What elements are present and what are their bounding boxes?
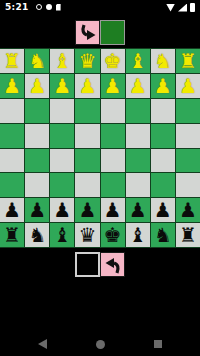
square-h7[interactable]: ♟ (176, 74, 200, 98)
piece-yP: ♟ (28, 76, 46, 96)
square-b3[interactable] (25, 173, 49, 197)
square-g3[interactable] (151, 173, 175, 197)
top-turn-indicator (100, 20, 125, 45)
piece-bK: ♚ (104, 225, 122, 245)
square-g2[interactable]: ♟ (151, 198, 175, 222)
piece-yB: ♝ (129, 51, 147, 71)
curved-arrow-left-icon (103, 255, 123, 275)
square-a1[interactable]: ♜ (0, 223, 24, 247)
piece-bB: ♝ (129, 225, 147, 245)
square-e5[interactable] (101, 124, 125, 148)
piece-yP: ♟ (78, 76, 96, 96)
square-b2[interactable]: ♟ (25, 198, 49, 222)
piece-bN: ♞ (28, 225, 46, 245)
piece-yN: ♞ (28, 51, 46, 71)
back-icon[interactable] (38, 339, 47, 349)
square-f3[interactable] (126, 173, 150, 197)
circle-filled-icon (46, 4, 52, 10)
recents-icon[interactable] (154, 340, 162, 348)
square-f8[interactable]: ♝ (126, 49, 150, 73)
square-g4[interactable] (151, 149, 175, 173)
sim-card-icon (56, 4, 61, 11)
piece-bN: ♞ (154, 225, 172, 245)
square-h1[interactable]: ♜ (176, 223, 200, 247)
square-a4[interactable] (0, 149, 24, 173)
piece-bR: ♜ (3, 225, 21, 245)
piece-bP: ♟ (53, 200, 71, 220)
piece-yB: ♝ (53, 51, 71, 71)
piece-yP: ♟ (154, 76, 172, 96)
home-icon[interactable] (96, 340, 105, 349)
piece-yR: ♜ (3, 51, 21, 71)
status-bar: 5:21 (0, 0, 200, 14)
square-h2[interactable]: ♟ (176, 198, 200, 222)
piece-bP: ♟ (3, 200, 21, 220)
square-f7[interactable]: ♟ (126, 74, 150, 98)
square-g7[interactable]: ♟ (151, 74, 175, 98)
square-c7[interactable]: ♟ (50, 74, 74, 98)
square-h4[interactable] (176, 149, 200, 173)
top-player-controls (75, 20, 125, 45)
piece-yR: ♜ (179, 51, 197, 71)
square-d1[interactable]: ♛ (75, 223, 99, 247)
square-g1[interactable]: ♞ (151, 223, 175, 247)
battery-icon (190, 3, 195, 12)
square-b8[interactable]: ♞ (25, 49, 49, 73)
square-e3[interactable] (101, 173, 125, 197)
square-e7[interactable]: ♟ (101, 74, 125, 98)
square-c5[interactable] (50, 124, 74, 148)
square-d2[interactable]: ♟ (75, 198, 99, 222)
piece-yQ: ♛ (78, 51, 96, 71)
square-a5[interactable] (0, 124, 24, 148)
square-e2[interactable]: ♟ (101, 198, 125, 222)
notification-icons (36, 4, 61, 11)
square-e4[interactable] (101, 149, 125, 173)
board: ♜♞♝♛♚♝♞♜♟♟♟♟♟♟♟♟♟♟♟♟♟♟♟♟♜♞♝♛♚♝♞♜ (0, 48, 200, 248)
piece-bP: ♟ (129, 200, 147, 220)
square-c3[interactable] (50, 173, 74, 197)
square-h6[interactable] (176, 99, 200, 123)
square-d3[interactable] (75, 173, 99, 197)
square-b7[interactable]: ♟ (25, 74, 49, 98)
square-d7[interactable]: ♟ (75, 74, 99, 98)
square-f4[interactable] (126, 149, 150, 173)
bottom-undo-button[interactable] (100, 252, 125, 277)
piece-yN: ♞ (154, 51, 172, 71)
top-undo-button[interactable] (75, 20, 100, 45)
piece-yP: ♟ (179, 76, 197, 96)
clock-text: 5:21 (5, 2, 29, 12)
square-c1[interactable]: ♝ (50, 223, 74, 247)
square-h8[interactable]: ♜ (176, 49, 200, 73)
square-f6[interactable] (126, 99, 150, 123)
piece-bB: ♝ (53, 225, 71, 245)
square-f2[interactable]: ♟ (126, 198, 150, 222)
square-a6[interactable] (0, 99, 24, 123)
square-b5[interactable] (25, 124, 49, 148)
square-a3[interactable] (0, 173, 24, 197)
piece-bP: ♟ (28, 200, 46, 220)
square-d6[interactable] (75, 99, 99, 123)
piece-bQ: ♛ (78, 225, 96, 245)
square-g6[interactable] (151, 99, 175, 123)
square-d5[interactable] (75, 124, 99, 148)
square-b1[interactable]: ♞ (25, 223, 49, 247)
square-c6[interactable] (50, 99, 74, 123)
piece-bP: ♟ (154, 200, 172, 220)
cell-signal-icon (178, 4, 187, 12)
wifi-icon (166, 4, 175, 12)
square-d4[interactable] (75, 149, 99, 173)
curved-arrow-right-icon (78, 23, 98, 43)
system-status-icons (166, 3, 195, 12)
square-c8[interactable]: ♝ (50, 49, 74, 73)
piece-bP: ♟ (78, 200, 96, 220)
piece-bR: ♜ (179, 225, 197, 245)
piece-yP: ♟ (104, 76, 122, 96)
piece-bP: ♟ (179, 200, 197, 220)
square-a7[interactable]: ♟ (0, 74, 24, 98)
square-c4[interactable] (50, 149, 74, 173)
circle-outline-icon (36, 4, 42, 10)
square-a8[interactable]: ♜ (0, 49, 24, 73)
bottom-player-controls (75, 252, 125, 277)
piece-yP: ♟ (129, 76, 147, 96)
android-nav-bar (0, 332, 200, 356)
square-h3[interactable] (176, 173, 200, 197)
square-b4[interactable] (25, 149, 49, 173)
square-e6[interactable] (101, 99, 125, 123)
square-g5[interactable] (151, 124, 175, 148)
piece-yK: ♚ (104, 51, 122, 71)
square-f5[interactable] (126, 124, 150, 148)
square-h5[interactable] (176, 124, 200, 148)
piece-yP: ♟ (53, 76, 71, 96)
square-f1[interactable]: ♝ (126, 223, 150, 247)
square-d8[interactable]: ♛ (75, 49, 99, 73)
square-e1[interactable]: ♚ (101, 223, 125, 247)
square-b6[interactable] (25, 99, 49, 123)
square-a2[interactable]: ♟ (0, 198, 24, 222)
square-c2[interactable]: ♟ (50, 198, 74, 222)
piece-bP: ♟ (104, 200, 122, 220)
square-g8[interactable]: ♞ (151, 49, 175, 73)
piece-yP: ♟ (3, 76, 21, 96)
square-e8[interactable]: ♚ (101, 49, 125, 73)
bottom-turn-indicator (75, 252, 100, 277)
